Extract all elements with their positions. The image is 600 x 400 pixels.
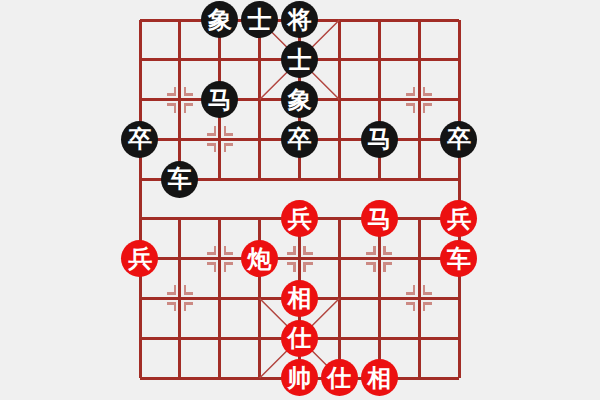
board-grid[interactable]: 象士将士马象卒卒马卒车兵马兵兵炮车相仕帅仕相	[120, 0, 479, 398]
piece-red-pawn[interactable]: 兵	[121, 240, 158, 277]
xiangqi-board: 象士将士马象卒卒马卒车兵马兵兵炮车相仕帅仕相	[0, 0, 600, 400]
piece-red-pawn[interactable]: 兵	[440, 200, 477, 237]
piece-black-pawn[interactable]: 卒	[121, 121, 158, 158]
piece-red-elephant[interactable]: 相	[281, 280, 318, 317]
piece-black-horse[interactable]: 马	[201, 81, 238, 118]
piece-red-horse[interactable]: 马	[361, 200, 398, 237]
piece-red-pawn[interactable]: 兵	[281, 200, 318, 237]
piece-red-advisor[interactable]: 仕	[281, 320, 318, 357]
piece-black-pawn[interactable]: 卒	[281, 121, 318, 158]
piece-black-elephant[interactable]: 象	[281, 81, 318, 118]
piece-red-advisor[interactable]: 仕	[321, 359, 358, 396]
piece-red-elephant[interactable]: 相	[361, 359, 398, 396]
piece-red-cannon[interactable]: 炮	[241, 240, 278, 277]
piece-black-horse[interactable]: 马	[361, 121, 398, 158]
piece-black-elephant[interactable]: 象	[201, 1, 238, 38]
piece-black-general[interactable]: 将	[281, 1, 318, 38]
piece-black-pawn[interactable]: 卒	[440, 121, 477, 158]
piece-red-general[interactable]: 帅	[281, 359, 318, 396]
piece-black-advisor[interactable]: 士	[281, 41, 318, 78]
piece-black-chariot[interactable]: 车	[161, 161, 198, 198]
piece-red-chariot[interactable]: 车	[440, 240, 477, 277]
piece-black-advisor[interactable]: 士	[241, 1, 278, 38]
